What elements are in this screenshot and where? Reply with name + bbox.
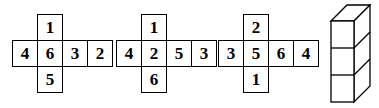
net2-cell-top: 1 [141, 14, 167, 41]
net3-cell-row-0: 3 [218, 40, 244, 67]
net3-cell-row-3: 4 [293, 40, 319, 67]
net1-cell-row-1: 6 [37, 40, 63, 67]
die-net-3: 2 3 5 6 4 1 [218, 14, 319, 93]
net1-cell-row-0: 4 [12, 40, 38, 67]
net2-cell-row-3: 3 [191, 40, 217, 67]
die-net-1: 1 4 6 3 2 5 [12, 14, 113, 93]
net3-cell-row-2: 6 [268, 40, 294, 67]
die-net-2: 1 4 2 5 3 6 [116, 14, 217, 93]
net2-cell-row-1: 2 [141, 40, 167, 67]
net2-cell-row-0: 4 [116, 40, 142, 67]
net1-cell-top: 1 [37, 14, 63, 41]
net3-cell-row-1: 5 [243, 40, 269, 67]
net2-cell-row-2: 5 [166, 40, 192, 67]
cube-front-face [331, 21, 354, 102]
net2-cell-bottom: 6 [141, 66, 167, 93]
cube-right-face [354, 5, 370, 102]
net1-cell-row-2: 3 [62, 40, 88, 67]
puzzle-canvas: 1 4 6 3 2 5 1 4 2 5 3 6 2 3 5 6 4 1 [0, 0, 379, 108]
net1-cell-bottom: 5 [37, 66, 63, 93]
net3-cell-bottom: 1 [243, 66, 269, 93]
net1-cell-row-3: 2 [87, 40, 113, 67]
cube-stack-figure [327, 0, 377, 106]
net3-cell-top: 2 [243, 14, 269, 41]
